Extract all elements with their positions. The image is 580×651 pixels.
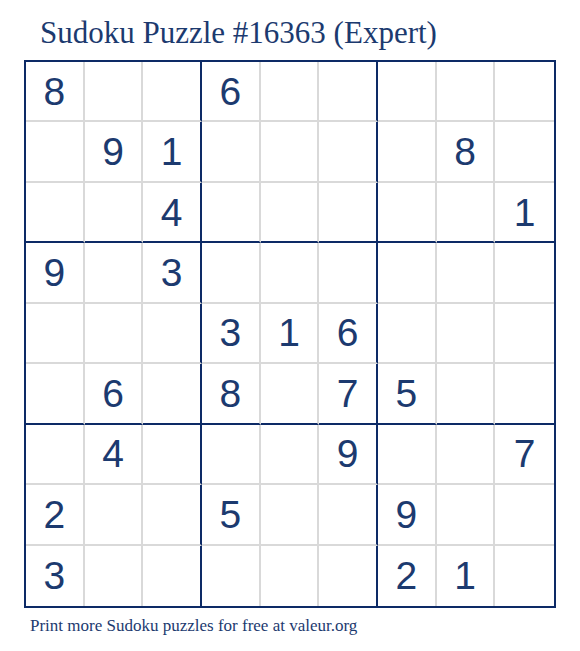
cell-r1c9[interactable] <box>495 62 554 122</box>
cell-r7c6[interactable]: 9 <box>319 425 378 485</box>
cell-r3c9[interactable]: 1 <box>495 183 554 243</box>
cell-r7c4[interactable] <box>202 425 261 485</box>
cell-r6c9[interactable] <box>495 364 554 424</box>
sudoku-grid: 8691841933166875497259321 <box>24 60 556 608</box>
cell-r7c1[interactable] <box>26 425 85 485</box>
cell-r9c3[interactable] <box>143 546 202 606</box>
cell-r2c3[interactable]: 1 <box>143 122 202 182</box>
cell-r6c5[interactable] <box>261 364 320 424</box>
cell-r7c5[interactable] <box>261 425 320 485</box>
cell-r4c7[interactable] <box>378 243 437 303</box>
cell-r8c3[interactable] <box>143 485 202 545</box>
cell-r1c7[interactable] <box>378 62 437 122</box>
cell-r2c8[interactable]: 8 <box>437 122 496 182</box>
cell-r9c4[interactable] <box>202 546 261 606</box>
cell-r2c4[interactable] <box>202 122 261 182</box>
cell-r3c3[interactable]: 4 <box>143 183 202 243</box>
cell-r4c5[interactable] <box>261 243 320 303</box>
cell-r6c3[interactable] <box>143 364 202 424</box>
cell-r7c3[interactable] <box>143 425 202 485</box>
cell-r9c6[interactable] <box>319 546 378 606</box>
cell-r8c7[interactable]: 9 <box>378 485 437 545</box>
cell-r9c8[interactable]: 1 <box>437 546 496 606</box>
cell-r6c1[interactable] <box>26 364 85 424</box>
cell-r3c5[interactable] <box>261 183 320 243</box>
cell-r2c5[interactable] <box>261 122 320 182</box>
cell-r1c8[interactable] <box>437 62 496 122</box>
cell-r1c2[interactable] <box>85 62 144 122</box>
cell-r7c8[interactable] <box>437 425 496 485</box>
cell-r8c8[interactable] <box>437 485 496 545</box>
cell-r5c8[interactable] <box>437 304 496 364</box>
cell-r5c1[interactable] <box>26 304 85 364</box>
cell-r3c2[interactable] <box>85 183 144 243</box>
cell-r4c1[interactable]: 9 <box>26 243 85 303</box>
cell-r4c2[interactable] <box>85 243 144 303</box>
cell-r1c6[interactable] <box>319 62 378 122</box>
cell-r3c4[interactable] <box>202 183 261 243</box>
cell-r5c2[interactable] <box>85 304 144 364</box>
cell-r4c8[interactable] <box>437 243 496 303</box>
cell-r8c1[interactable]: 2 <box>26 485 85 545</box>
cell-r2c7[interactable] <box>378 122 437 182</box>
cell-r1c3[interactable] <box>143 62 202 122</box>
cell-r2c2[interactable]: 9 <box>85 122 144 182</box>
cell-r9c9[interactable] <box>495 546 554 606</box>
cell-r1c5[interactable] <box>261 62 320 122</box>
cell-r9c5[interactable] <box>261 546 320 606</box>
cell-r2c6[interactable] <box>319 122 378 182</box>
cell-r5c4[interactable]: 3 <box>202 304 261 364</box>
cell-r3c1[interactable] <box>26 183 85 243</box>
cell-r9c7[interactable]: 2 <box>378 546 437 606</box>
cell-r3c8[interactable] <box>437 183 496 243</box>
cell-r5c3[interactable] <box>143 304 202 364</box>
cell-r4c4[interactable] <box>202 243 261 303</box>
cell-r8c2[interactable] <box>85 485 144 545</box>
cell-r5c5[interactable]: 1 <box>261 304 320 364</box>
cell-r5c9[interactable] <box>495 304 554 364</box>
cell-r8c6[interactable] <box>319 485 378 545</box>
cell-r5c6[interactable]: 6 <box>319 304 378 364</box>
cell-r9c2[interactable] <box>85 546 144 606</box>
cell-r2c1[interactable] <box>26 122 85 182</box>
cell-r4c3[interactable]: 3 <box>143 243 202 303</box>
cell-r9c1[interactable]: 3 <box>26 546 85 606</box>
cell-r1c4[interactable]: 6 <box>202 62 261 122</box>
cell-r3c7[interactable] <box>378 183 437 243</box>
cell-r4c6[interactable] <box>319 243 378 303</box>
cell-r7c7[interactable] <box>378 425 437 485</box>
cell-r8c4[interactable]: 5 <box>202 485 261 545</box>
page-title: Sudoku Puzzle #16363 (Expert) <box>40 14 437 52</box>
footer-text: Print more Sudoku puzzles for free at va… <box>30 615 357 637</box>
cell-r5c7[interactable] <box>378 304 437 364</box>
cell-r2c9[interactable] <box>495 122 554 182</box>
cell-r6c8[interactable] <box>437 364 496 424</box>
cell-r7c2[interactable]: 4 <box>85 425 144 485</box>
cell-r8c5[interactable] <box>261 485 320 545</box>
cell-r3c6[interactable] <box>319 183 378 243</box>
cell-r6c4[interactable]: 8 <box>202 364 261 424</box>
cell-r1c1[interactable]: 8 <box>26 62 85 122</box>
cell-r6c6[interactable]: 7 <box>319 364 378 424</box>
sudoku-page: Sudoku Puzzle #16363 (Expert) 8691841933… <box>0 0 580 651</box>
cell-r6c7[interactable]: 5 <box>378 364 437 424</box>
cell-r8c9[interactable] <box>495 485 554 545</box>
cell-r6c2[interactable]: 6 <box>85 364 144 424</box>
cell-r4c9[interactable] <box>495 243 554 303</box>
cell-r7c9[interactable]: 7 <box>495 425 554 485</box>
